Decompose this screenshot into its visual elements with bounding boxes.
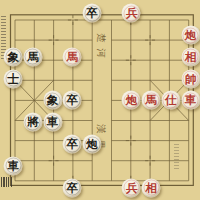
river-label-chu-he: 楚河 — [95, 33, 107, 64]
piece-black-將[interactable]: 將 — [23, 113, 42, 132]
piece-black-卒[interactable]: 卒 — [63, 135, 82, 154]
piece-black-象[interactable]: 象 — [4, 47, 23, 66]
piece-black-炮[interactable]: 炮 — [83, 135, 102, 154]
piece-black-馬[interactable]: 馬 — [23, 47, 42, 66]
piece-red-兵[interactable]: 兵 — [122, 178, 141, 197]
piece-black-卒[interactable]: 卒 — [83, 4, 102, 23]
piece-black-卒[interactable]: 卒 — [63, 91, 82, 110]
piece-red-相[interactable]: 相 — [181, 47, 200, 66]
piece-red-炮[interactable]: 炮 — [181, 26, 200, 45]
piece-red-帥[interactable]: 帥 — [181, 69, 200, 88]
piece-red-兵[interactable]: 兵 — [122, 4, 141, 23]
xiangqi-board[interactable]: 楚河 漢界 卒象馬士象卒將車卒炮車卒兵炮馬相帥炮馬仕車兵相 — [0, 0, 200, 200]
piece-red-炮[interactable]: 炮 — [122, 91, 141, 110]
edge-print-mark — [174, 144, 179, 169]
piece-red-相[interactable]: 相 — [142, 178, 161, 197]
piece-black-象[interactable]: 象 — [43, 91, 62, 110]
piece-black-車[interactable]: 車 — [4, 156, 23, 175]
edge-barcode-mark — [1, 177, 12, 187]
piece-red-馬[interactable]: 馬 — [142, 91, 161, 110]
piece-black-卒[interactable]: 卒 — [63, 178, 82, 197]
piece-red-仕[interactable]: 仕 — [161, 91, 180, 110]
piece-red-車[interactable]: 車 — [181, 91, 200, 110]
piece-black-車[interactable]: 車 — [43, 113, 62, 132]
piece-red-馬[interactable]: 馬 — [63, 47, 82, 66]
piece-black-士[interactable]: 士 — [4, 69, 23, 88]
